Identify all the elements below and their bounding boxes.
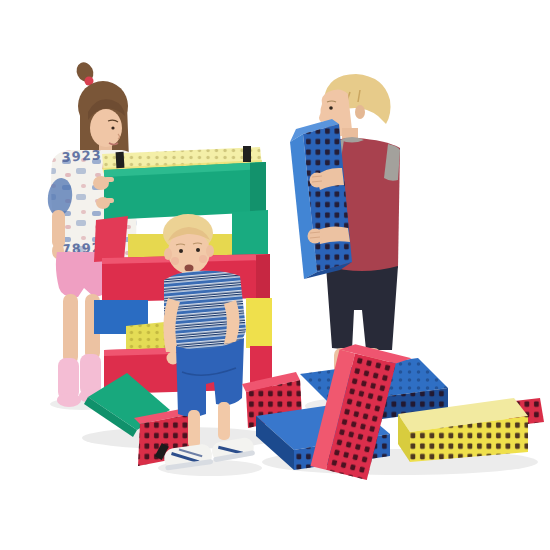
shirt-number-top: 3923 xyxy=(61,147,102,165)
teal-beam xyxy=(104,162,266,220)
yellow-block-right xyxy=(246,298,272,348)
scene-illustration: 3923 78923 xyxy=(0,0,550,550)
toddler-pants xyxy=(176,338,244,417)
green-block-right xyxy=(232,210,268,260)
girl-right-arm xyxy=(52,210,65,259)
black-peg-right xyxy=(243,146,251,162)
photo-canvas: 3923 78923 xyxy=(0,0,550,550)
black-peg-left xyxy=(116,152,125,168)
red-strut-left xyxy=(94,216,128,262)
boy-pants xyxy=(326,266,398,350)
